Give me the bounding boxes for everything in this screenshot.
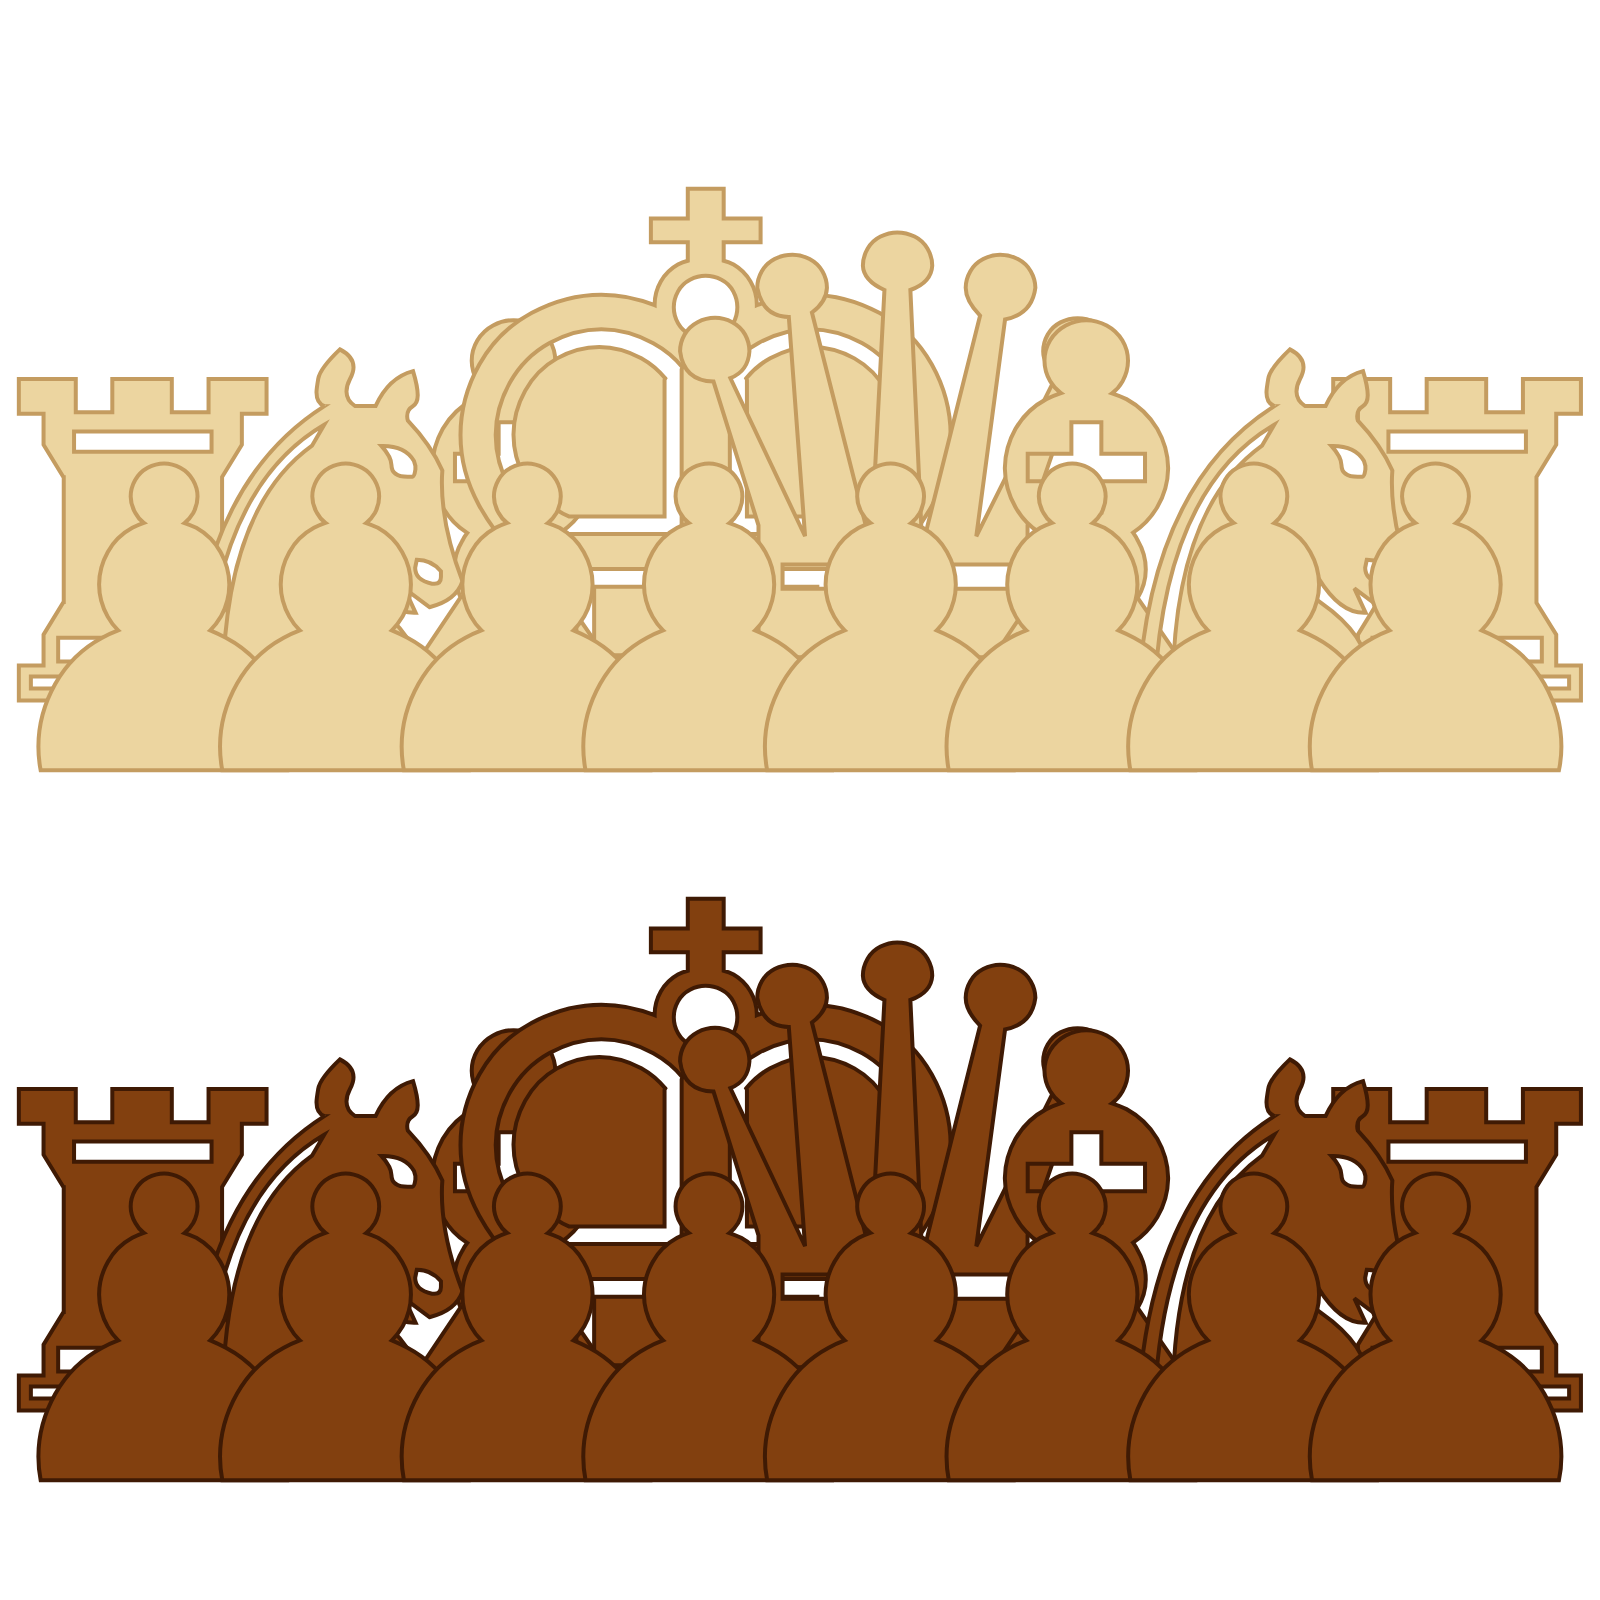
light-pawn-8-piece: ♟ [1247,415,1600,835]
product-photo-canvas: ♜ ♞ ♝ ♚ ♛ ♝ ♞ ♜ ♟ ♟ ♟ ♟ ♟ ♟ ♟ ♟ ♜ ♞ ♝ ♚ … [0,0,1600,1600]
light-piece-set: ♜ ♞ ♝ ♚ ♛ ♝ ♞ ♜ ♟ ♟ ♟ ♟ ♟ ♟ ♟ ♟ [0,108,1600,835]
dark-pawn-8-piece: ♟ [1247,1125,1600,1545]
dark-pawn-row: ♟ ♟ ♟ ♟ ♟ ♟ ♟ ♟ [0,1125,1600,1545]
dark-piece-set: ♜ ♞ ♝ ♚ ♛ ♝ ♞ ♜ ♟ ♟ ♟ ♟ ♟ ♟ ♟ ♟ [0,818,1600,1545]
light-pawn-row: ♟ ♟ ♟ ♟ ♟ ♟ ♟ ♟ [0,415,1600,835]
